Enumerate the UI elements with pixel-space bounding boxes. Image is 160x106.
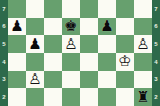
- square-b2[interactable]: [26, 88, 44, 106]
- square-h4[interactable]: [134, 53, 152, 71]
- square-d7[interactable]: [62, 0, 80, 18]
- rank-label-2: 2: [0, 88, 8, 106]
- square-c5[interactable]: [44, 35, 62, 53]
- white-pawn-icon: ♙: [136, 36, 149, 51]
- rank-label-2: 2: [152, 88, 160, 106]
- black-rook-icon: ♜: [136, 89, 149, 104]
- square-b5[interactable]: ♟: [26, 35, 44, 53]
- square-h5[interactable]: ♙: [134, 35, 152, 53]
- rank-labels-left: 765432: [0, 0, 8, 106]
- square-b4[interactable]: [26, 53, 44, 71]
- square-h2[interactable]: ♜: [134, 88, 152, 106]
- square-e3[interactable]: [80, 71, 98, 89]
- square-h3[interactable]: [134, 71, 152, 89]
- square-g5[interactable]: [116, 35, 134, 53]
- rank-label-3: 3: [0, 71, 8, 89]
- rank-label-3: 3: [152, 71, 160, 89]
- square-a5[interactable]: [8, 35, 26, 53]
- square-c4[interactable]: [44, 53, 62, 71]
- rank-label-4: 4: [0, 53, 8, 71]
- square-e7[interactable]: [80, 0, 98, 18]
- black-pawn-icon: ♟: [28, 36, 41, 51]
- square-a7[interactable]: [8, 0, 26, 18]
- square-b7[interactable]: [26, 0, 44, 18]
- square-a4[interactable]: [8, 53, 26, 71]
- square-f2[interactable]: [98, 88, 116, 106]
- rank-label-7: 7: [152, 0, 160, 18]
- square-f4[interactable]: [98, 53, 116, 71]
- rank-label-6: 6: [152, 18, 160, 36]
- square-g6[interactable]: [116, 18, 134, 36]
- square-a6[interactable]: ♟: [8, 18, 26, 36]
- square-d3[interactable]: [62, 71, 80, 89]
- white-king-icon: ♔: [118, 54, 131, 69]
- white-pawn-icon: ♙: [64, 36, 77, 51]
- square-c6[interactable]: [44, 18, 62, 36]
- white-pawn-icon: ♙: [28, 71, 41, 86]
- square-g2[interactable]: [116, 88, 134, 106]
- rank-label-4: 4: [152, 53, 160, 71]
- rank-label-7: 7: [0, 0, 8, 18]
- square-f6[interactable]: ♟: [98, 18, 116, 36]
- square-b3[interactable]: ♙: [26, 71, 44, 89]
- black-pawn-icon: ♟: [100, 18, 113, 33]
- square-e2[interactable]: [80, 88, 98, 106]
- square-g7[interactable]: [116, 0, 134, 18]
- square-h7[interactable]: [134, 0, 152, 18]
- square-c3[interactable]: [44, 71, 62, 89]
- chess-diagram: 765432 ♟♚♟♟♙♙♔♙♜ 765432: [0, 0, 160, 106]
- square-h6[interactable]: [134, 18, 152, 36]
- square-c2[interactable]: [44, 88, 62, 106]
- square-d6[interactable]: ♚: [62, 18, 80, 36]
- square-g3[interactable]: [116, 71, 134, 89]
- black-king-icon: ♚: [64, 18, 77, 33]
- rank-label-6: 6: [0, 18, 8, 36]
- square-b6[interactable]: [26, 18, 44, 36]
- black-pawn-icon: ♟: [10, 18, 23, 33]
- square-e6[interactable]: [80, 18, 98, 36]
- chess-board: ♟♚♟♟♙♙♔♙♜: [8, 0, 152, 106]
- rank-label-5: 5: [0, 35, 8, 53]
- square-e5[interactable]: [80, 35, 98, 53]
- square-a2[interactable]: [8, 88, 26, 106]
- square-f7[interactable]: [98, 0, 116, 18]
- square-g4[interactable]: ♔: [116, 53, 134, 71]
- square-d4[interactable]: [62, 53, 80, 71]
- square-f3[interactable]: [98, 71, 116, 89]
- rank-labels-right: 765432: [152, 0, 160, 106]
- square-c7[interactable]: [44, 0, 62, 18]
- square-a3[interactable]: [8, 71, 26, 89]
- square-d2[interactable]: [62, 88, 80, 106]
- square-d5[interactable]: ♙: [62, 35, 80, 53]
- rank-label-5: 5: [152, 35, 160, 53]
- square-f5[interactable]: [98, 35, 116, 53]
- square-e4[interactable]: [80, 53, 98, 71]
